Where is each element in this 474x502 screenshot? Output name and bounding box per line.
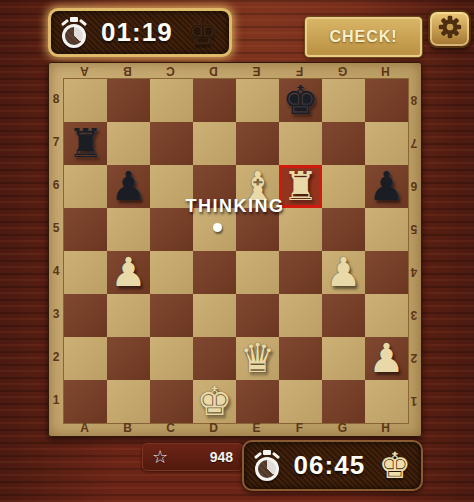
piece-white-pawn-g4[interactable]: ♟: [322, 251, 365, 294]
square-c2[interactable]: [150, 337, 193, 380]
square-h8[interactable]: [365, 79, 408, 122]
coord-rank-right-4: 4: [408, 250, 420, 293]
coord-file-top-E: E: [235, 64, 278, 78]
coord-file-top-A: A: [63, 64, 106, 78]
square-f4[interactable]: [279, 251, 322, 294]
square-e1[interactable]: [236, 380, 279, 423]
square-c3[interactable]: [150, 294, 193, 337]
square-f1[interactable]: [279, 380, 322, 423]
square-c7[interactable]: [150, 122, 193, 165]
square-c4[interactable]: [150, 251, 193, 294]
chess-app-screen: 01:19 ♚ CHECK! ♚♜♟♟♝♜♟♟♛♟♚ AA88BB77CC66D…: [0, 0, 474, 502]
coord-file-top-B: B: [106, 64, 149, 78]
score-value: 948: [168, 449, 233, 465]
square-d4[interactable]: [193, 251, 236, 294]
square-e7[interactable]: [236, 122, 279, 165]
square-h4[interactable]: [365, 251, 408, 294]
square-d3[interactable]: [193, 294, 236, 337]
check-button[interactable]: CHECK!: [305, 17, 422, 57]
square-c1[interactable]: [150, 380, 193, 423]
square-d2[interactable]: [193, 337, 236, 380]
coord-rank-right-2: 2: [408, 336, 420, 379]
stopwatch-icon: [61, 17, 87, 48]
coord-rank-left-1: 1: [50, 379, 62, 422]
coord-rank-left-8: 8: [50, 78, 62, 121]
coord-rank-right-8: 8: [408, 78, 420, 121]
square-c8[interactable]: [150, 79, 193, 122]
square-a1[interactable]: [64, 380, 107, 423]
square-a8[interactable]: [64, 79, 107, 122]
settings-button[interactable]: [428, 10, 471, 48]
square-e4[interactable]: [236, 251, 279, 294]
square-b3[interactable]: [107, 294, 150, 337]
engine-status-dot: [213, 223, 222, 232]
square-g8[interactable]: [322, 79, 365, 122]
square-e8[interactable]: [236, 79, 279, 122]
square-g2[interactable]: [322, 337, 365, 380]
board-grid: ♚♜♟♟♝♜♟♟♛♟♚: [63, 78, 409, 424]
black-king-icon: ♚: [187, 15, 219, 51]
white-player-clock: 06:45 ♚: [242, 440, 423, 491]
square-h1[interactable]: [365, 380, 408, 423]
square-b2[interactable]: [107, 337, 150, 380]
engine-status-text: THINKING: [48, 196, 422, 217]
coord-file-top-C: C: [149, 64, 192, 78]
coord-rank-left-4: 4: [50, 250, 62, 293]
square-h3[interactable]: [365, 294, 408, 337]
square-f2[interactable]: [279, 337, 322, 380]
square-f3[interactable]: [279, 294, 322, 337]
coord-rank-left-3: 3: [50, 293, 62, 336]
square-a2[interactable]: [64, 337, 107, 380]
square-f7[interactable]: [279, 122, 322, 165]
square-d7[interactable]: [193, 122, 236, 165]
piece-white-pawn-h2[interactable]: ♟: [365, 337, 408, 380]
square-a3[interactable]: [64, 294, 107, 337]
coord-rank-left-2: 2: [50, 336, 62, 379]
white-clock-time: 06:45: [289, 450, 370, 481]
score-badge: ☆ 948: [142, 443, 243, 471]
piece-white-queen-e2[interactable]: ♛: [236, 337, 279, 380]
piece-white-pawn-b4[interactable]: ♟: [107, 251, 150, 294]
stopwatch-icon: [254, 450, 280, 481]
square-b7[interactable]: [107, 122, 150, 165]
star-icon: ☆: [152, 448, 168, 466]
coord-file-top-D: D: [192, 64, 235, 78]
black-clock-time: 01:19: [97, 17, 177, 48]
board-frame: ♚♜♟♟♝♜♟♟♛♟♚ AA88BB77CC66DD55EE44FF33GG22…: [48, 62, 422, 437]
coord-file-top-F: F: [278, 64, 321, 78]
coord-file-top-H: H: [364, 64, 407, 78]
square-d8[interactable]: [193, 79, 236, 122]
black-player-clock: 01:19 ♚: [48, 8, 232, 57]
square-g1[interactable]: [322, 380, 365, 423]
piece-white-king-d1[interactable]: ♚: [193, 380, 236, 423]
coord-file-top-G: G: [321, 64, 364, 78]
coord-rank-left-7: 7: [50, 121, 62, 164]
square-g3[interactable]: [322, 294, 365, 337]
square-g7[interactable]: [322, 122, 365, 165]
gear-icon: [437, 14, 463, 44]
square-e3[interactable]: [236, 294, 279, 337]
piece-black-king-f8[interactable]: ♚: [279, 79, 322, 122]
square-h7[interactable]: [365, 122, 408, 165]
square-b1[interactable]: [107, 380, 150, 423]
square-b8[interactable]: [107, 79, 150, 122]
coord-rank-right-7: 7: [408, 121, 420, 164]
coord-rank-right-3: 3: [408, 293, 420, 336]
piece-black-rook-a7[interactable]: ♜: [64, 122, 107, 165]
white-king-icon: ♚: [379, 448, 411, 484]
square-a4[interactable]: [64, 251, 107, 294]
coord-rank-right-1: 1: [408, 379, 420, 422]
